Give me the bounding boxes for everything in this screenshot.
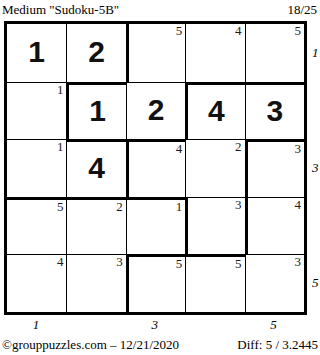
corner-clue: 5 [295,24,302,38]
corner-clue: 3 [116,255,123,269]
cell-r2c5[interactable]: 3 [245,82,304,140]
cell-r1c3[interactable]: 5 [126,24,185,82]
corner-clue: 1 [57,83,64,97]
puzzle-title: Medium "Sudoku-5B" [2,2,119,18]
copyright-text: ©grouppuzzles.com – 12/21/2020 [2,337,179,352]
solved-digit: 2 [88,37,105,67]
solved-digit: 4 [88,153,105,183]
solved-digit: 2 [148,95,165,125]
cell-r1c2[interactable]: 2 [66,24,125,82]
corner-clue: 5 [235,257,242,271]
board-area: 1254511243144235213443553 135135 [4,21,320,315]
solved-digit: 3 [266,96,283,126]
cell-r5c4[interactable]: 5 [185,254,244,312]
cell-r1c1[interactable]: 1 [7,24,66,82]
corner-clue: 3 [295,142,302,156]
corner-clue: 3 [235,198,242,212]
cell-r3c3[interactable]: 4 [126,139,185,197]
cell-r2c1[interactable]: 1 [7,82,66,140]
cell-r1c4[interactable]: 4 [185,24,244,82]
col-coordinate-label: 1 [33,318,40,332]
sudoku-board: 1254511243144235213443553 [4,21,307,315]
cell-r3c2[interactable]: 4 [66,139,125,197]
corner-clue: 4 [295,198,302,212]
corner-clue: 4 [235,24,242,38]
footer: ©grouppuzzles.com – 12/21/2020 Diff: 5 /… [2,337,318,352]
corner-clue: 4 [57,255,64,269]
cell-r5c3[interactable]: 5 [126,254,185,312]
cell-r4c3[interactable]: 1 [126,197,185,255]
cell-r3c5[interactable]: 3 [245,139,304,197]
solved-digit: 4 [208,96,225,126]
solved-digit: 1 [89,96,106,126]
corner-clue: 5 [176,257,183,271]
cell-r5c5[interactable]: 3 [245,254,304,312]
cell-r4c4[interactable]: 3 [185,197,244,255]
col-coordinate-label: 3 [152,318,159,332]
corner-clue: 5 [176,24,183,38]
corner-clue: 2 [235,140,242,154]
corner-clue: 2 [116,200,123,214]
difficulty-text: Diff: 5 / 3.2445 [237,337,318,352]
header: Medium "Sudoku-5B" 18/25 [0,0,320,21]
corner-clue: 4 [176,142,183,156]
corner-clue: 5 [57,200,64,214]
corner-clue: 3 [295,255,302,269]
cell-r2c4[interactable]: 4 [185,82,244,140]
cell-r3c4[interactable]: 2 [185,139,244,197]
corner-clue: 1 [57,140,64,154]
row-coordinate-label: 1 [312,46,319,60]
cell-r5c2[interactable]: 3 [66,254,125,312]
row-coordinate-label: 3 [312,161,319,175]
solved-digit: 1 [28,37,45,67]
corner-clue: 1 [176,200,183,214]
puzzle-page: Medium "Sudoku-5B" 18/25 125451124314423… [0,0,320,355]
remaining-counter: 18/25 [287,2,317,18]
row-coordinate-label: 5 [312,276,319,290]
cell-r4c2[interactable]: 2 [66,197,125,255]
cell-r4c5[interactable]: 4 [245,197,304,255]
cell-r5c1[interactable]: 4 [7,254,66,312]
cell-r2c3[interactable]: 2 [126,82,185,140]
cell-r3c1[interactable]: 1 [7,139,66,197]
cell-r1c5[interactable]: 5 [245,24,304,82]
col-coordinate-label: 5 [270,318,277,332]
cell-r4c1[interactable]: 5 [7,197,66,255]
cell-r2c2[interactable]: 1 [66,82,125,140]
